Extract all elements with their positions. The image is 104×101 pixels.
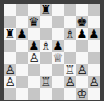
square-c1[interactable] <box>28 88 40 100</box>
black-pawn-h6: ♟ <box>89 28 100 40</box>
square-e6[interactable] <box>52 28 64 40</box>
square-a5[interactable] <box>4 40 16 52</box>
square-b2[interactable] <box>16 76 28 88</box>
square-g3[interactable]: ♙ <box>76 64 88 76</box>
square-f2[interactable]: ♙ <box>64 76 76 88</box>
black-pawn-c5: ♟ <box>29 40 40 52</box>
square-c6[interactable] <box>28 28 40 40</box>
square-c3[interactable] <box>28 64 40 76</box>
black-pawn-g6: ♟ <box>77 28 88 40</box>
square-h7[interactable] <box>88 16 100 28</box>
square-b3[interactable] <box>16 64 28 76</box>
white-bishop-d5: ♗ <box>41 40 52 52</box>
square-a1[interactable] <box>4 88 16 100</box>
square-d6[interactable] <box>40 28 52 40</box>
square-c4[interactable]: ♙ <box>28 52 40 64</box>
black-rook-d8: ♜ <box>41 4 52 16</box>
square-f7[interactable] <box>64 16 76 28</box>
chess-board: ♜♛♚♜♟♗♟♟♟♗♟♙♕♙♖♙♙♖♙♙♔ <box>4 4 100 100</box>
white-bishop-f6: ♗ <box>65 28 76 40</box>
square-a8[interactable] <box>4 4 16 16</box>
square-g8[interactable] <box>76 4 88 16</box>
square-e7[interactable] <box>52 16 64 28</box>
square-g1[interactable]: ♔ <box>76 88 88 100</box>
square-g2[interactable] <box>76 76 88 88</box>
square-g7[interactable]: ♚ <box>76 16 88 28</box>
square-g6[interactable]: ♟ <box>76 28 88 40</box>
square-a2[interactable]: ♙ <box>4 76 16 88</box>
square-h5[interactable] <box>88 40 100 52</box>
white-pawn-a3: ♙ <box>5 64 16 76</box>
square-a7[interactable] <box>4 16 16 28</box>
black-queen-c7: ♛ <box>29 16 40 28</box>
square-c8[interactable] <box>28 4 40 16</box>
square-f5[interactable] <box>64 40 76 52</box>
square-d4[interactable] <box>40 52 52 64</box>
square-c2[interactable] <box>28 76 40 88</box>
black-rook-a6: ♜ <box>5 28 16 40</box>
square-g4[interactable] <box>76 52 88 64</box>
white-pawn-a2: ♙ <box>5 76 16 88</box>
white-pawn-c4: ♙ <box>29 52 40 64</box>
square-d1[interactable] <box>40 88 52 100</box>
square-e2[interactable] <box>52 76 64 88</box>
square-b5[interactable] <box>16 40 28 52</box>
square-h3[interactable] <box>88 64 100 76</box>
square-d2[interactable]: ♖ <box>40 76 52 88</box>
square-e4[interactable]: ♕ <box>52 52 64 64</box>
black-pawn-e5: ♟ <box>53 40 64 52</box>
square-c5[interactable]: ♟ <box>28 40 40 52</box>
white-rook-d2: ♖ <box>41 76 52 88</box>
square-e3[interactable] <box>52 64 64 76</box>
square-e1[interactable] <box>52 88 64 100</box>
square-d7[interactable] <box>40 16 52 28</box>
square-e5[interactable]: ♟ <box>52 40 64 52</box>
black-pawn-b6: ♟ <box>17 28 28 40</box>
white-pawn-f2: ♙ <box>65 76 76 88</box>
square-b1[interactable] <box>16 88 28 100</box>
square-h6[interactable]: ♟ <box>88 28 100 40</box>
square-e8[interactable] <box>52 4 64 16</box>
square-d5[interactable]: ♗ <box>40 40 52 52</box>
square-h2[interactable]: ♙ <box>88 76 100 88</box>
white-pawn-h2: ♙ <box>89 76 100 88</box>
square-f3[interactable]: ♖ <box>64 64 76 76</box>
square-b4[interactable] <box>16 52 28 64</box>
square-b6[interactable]: ♟ <box>16 28 28 40</box>
square-c7[interactable]: ♛ <box>28 16 40 28</box>
square-b8[interactable] <box>16 4 28 16</box>
square-f8[interactable] <box>64 4 76 16</box>
white-queen-e4: ♕ <box>53 52 64 64</box>
square-b7[interactable] <box>16 16 28 28</box>
square-h4[interactable] <box>88 52 100 64</box>
square-a3[interactable]: ♙ <box>4 64 16 76</box>
black-king-g7: ♚ <box>77 16 88 28</box>
white-king-g1: ♔ <box>77 88 88 100</box>
square-f6[interactable]: ♗ <box>64 28 76 40</box>
square-a4[interactable] <box>4 52 16 64</box>
square-f4[interactable] <box>64 52 76 64</box>
square-h1[interactable] <box>88 88 100 100</box>
square-f1[interactable] <box>64 88 76 100</box>
square-h8[interactable] <box>88 4 100 16</box>
square-a6[interactable]: ♜ <box>4 28 16 40</box>
chess-diagram: ♜♛♚♜♟♗♟♟♟♗♟♙♕♙♖♙♙♖♙♙♔ <box>0 0 104 101</box>
white-pawn-g3: ♙ <box>77 64 88 76</box>
square-d3[interactable] <box>40 64 52 76</box>
square-d8[interactable]: ♜ <box>40 4 52 16</box>
white-rook-f3: ♖ <box>65 64 76 76</box>
square-g5[interactable] <box>76 40 88 52</box>
